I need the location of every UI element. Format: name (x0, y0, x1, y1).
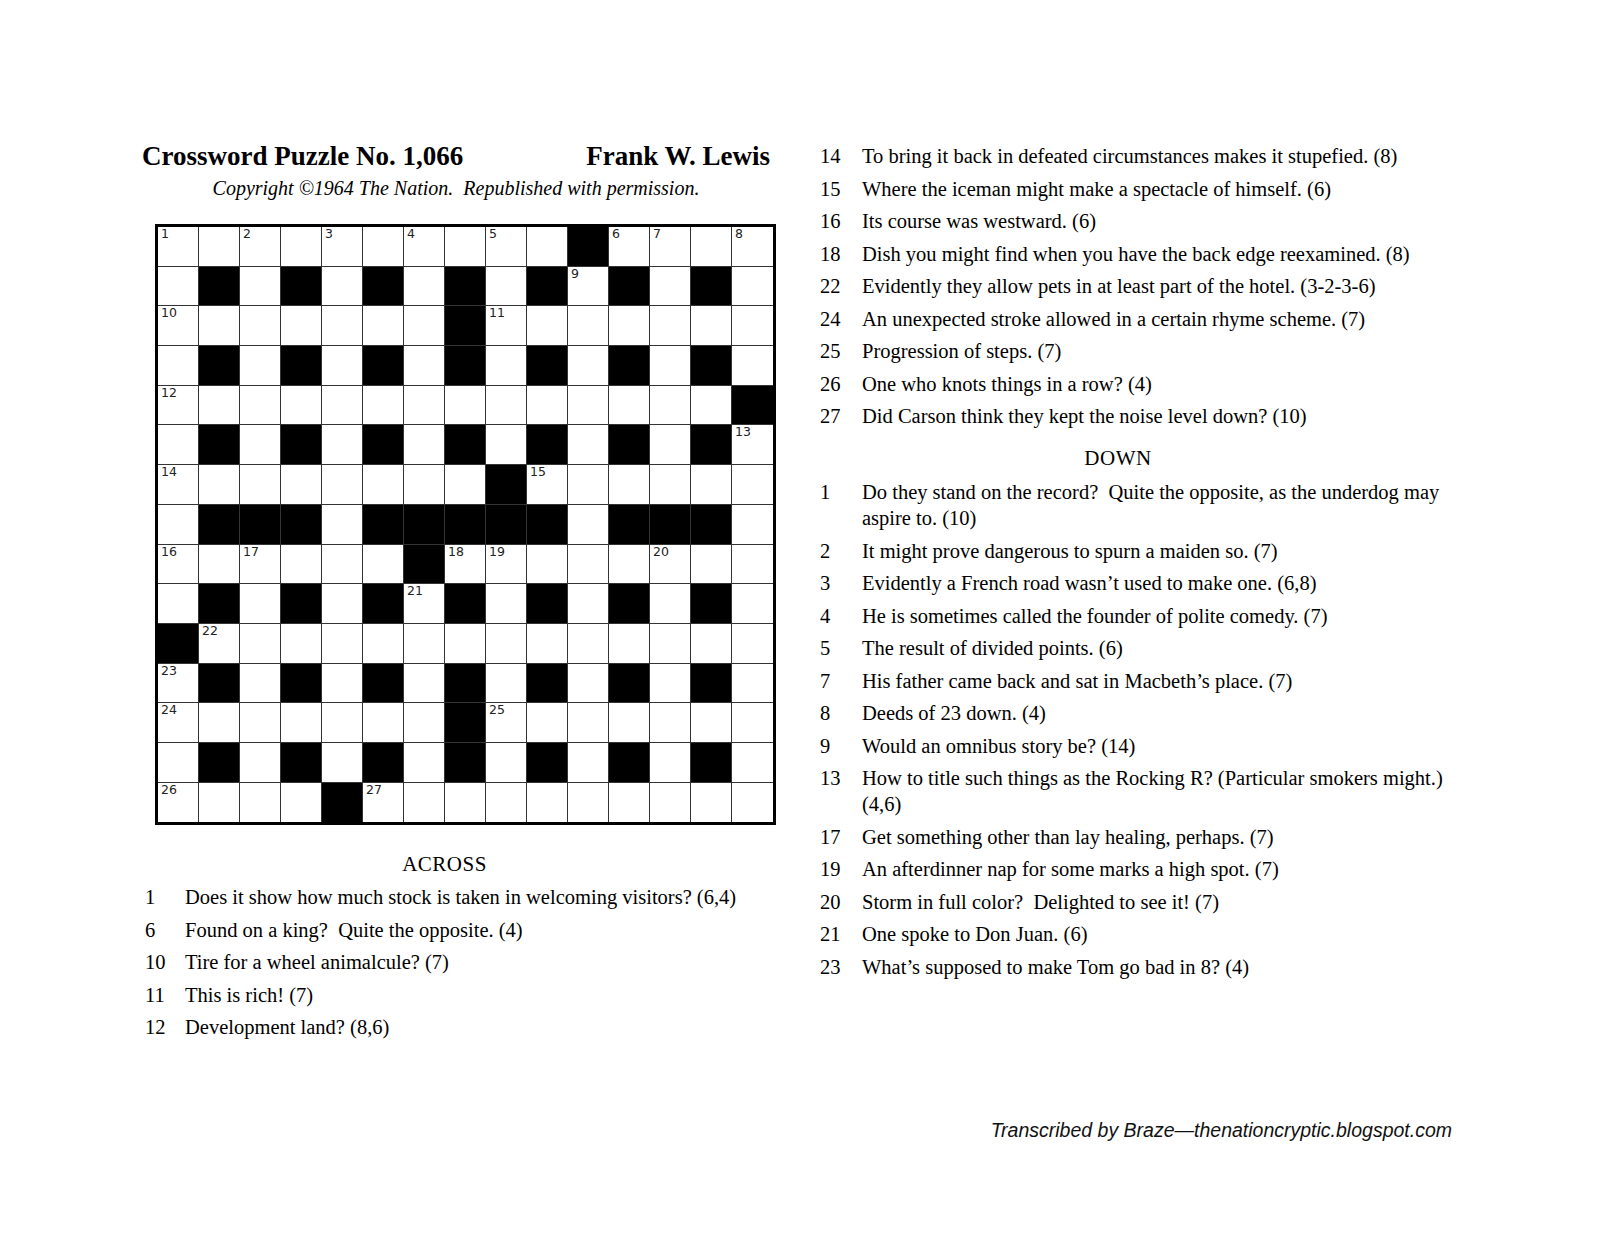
clue-across-14: 14To bring it back in defeated circumsta… (820, 143, 1460, 169)
cell-r3-c4[interactable] (281, 306, 322, 346)
cell-r13-c10[interactable] (527, 703, 568, 743)
cell-r3-c9[interactable]: 11 (486, 306, 527, 346)
cell-r14-c11[interactable] (568, 743, 609, 783)
clue-number: 2 (820, 538, 862, 564)
cell-r11-c14[interactable] (691, 624, 732, 664)
cell-r7-c13[interactable] (650, 465, 691, 505)
cell-r10-c9[interactable] (486, 584, 527, 624)
down-clues: 1Do they stand on the record? Quite the … (820, 479, 1460, 980)
clue-down-2: 2It might prove dangerous to spurn a mai… (820, 538, 1460, 564)
cell-r15-c14[interactable] (691, 783, 732, 823)
cell-r13-c8-black (445, 703, 486, 743)
cell-r12-c11[interactable] (568, 664, 609, 704)
cell-r9-c13[interactable]: 20 (650, 545, 691, 585)
cell-r8-c10-black (527, 505, 568, 545)
cell-r3-c11[interactable] (568, 306, 609, 346)
clue-number: 17 (820, 824, 862, 850)
cell-r8-c1[interactable] (158, 505, 199, 545)
cell-r2-c11[interactable]: 9 (568, 267, 609, 307)
cell-r3-c3[interactable] (240, 306, 281, 346)
cell-r5-c4[interactable] (281, 386, 322, 426)
cell-r9-c15[interactable] (732, 545, 773, 585)
cell-r9-c9[interactable]: 19 (486, 545, 527, 585)
cell-r5-c15-black (732, 386, 773, 426)
cell-r14-c10-black (527, 743, 568, 783)
cell-r5-c1[interactable]: 12 (158, 386, 199, 426)
clue-down-9: 9Would an omnibus story be? (14) (820, 733, 1460, 759)
clue-across-10: 10Tire for a wheel animalcule? (7) (145, 949, 765, 975)
cell-r10-c1[interactable] (158, 584, 199, 624)
cell-r10-c8-black (445, 584, 486, 624)
clue-text: One spoke to Don Juan. (6) (862, 921, 1457, 947)
cell-r5-c8[interactable] (445, 386, 486, 426)
cell-r8-c8-black (445, 505, 486, 545)
cell-r12-c4-black (281, 664, 322, 704)
cell-r1-c12[interactable]: 6 (609, 227, 650, 267)
cell-r7-c10[interactable]: 15 (527, 465, 568, 505)
cell-number-5: 5 (489, 228, 497, 241)
cell-r3-c15[interactable] (732, 306, 773, 346)
cell-r13-c5[interactable] (322, 703, 363, 743)
cell-r3-c14[interactable] (691, 306, 732, 346)
cell-r5-c9[interactable] (486, 386, 527, 426)
cell-r3-c1[interactable]: 10 (158, 306, 199, 346)
across-heading: ACROSS (155, 852, 770, 877)
cell-r1-c11-black (568, 227, 609, 267)
cell-r10-c14-black (691, 584, 732, 624)
cell-number-16: 16 (161, 546, 177, 559)
clue-number: 11 (145, 982, 185, 1008)
cell-r11-c4[interactable] (281, 624, 322, 664)
cell-r12-c10-black (527, 664, 568, 704)
cell-r14-c3[interactable] (240, 743, 281, 783)
cell-number-20: 20 (653, 546, 669, 559)
cell-r5-c12[interactable] (609, 386, 650, 426)
cell-r6-c13[interactable] (650, 425, 691, 465)
cell-r13-c2[interactable] (199, 703, 240, 743)
cell-r13-c14[interactable] (691, 703, 732, 743)
clue-number: 7 (820, 668, 862, 694)
cell-r9-c3[interactable]: 17 (240, 545, 281, 585)
cell-r4-c7[interactable] (404, 346, 445, 386)
clue-number: 23 (820, 954, 862, 980)
cell-r15-c1[interactable]: 26 (158, 783, 199, 823)
clue-number: 3 (820, 570, 862, 596)
cell-r9-c14[interactable] (691, 545, 732, 585)
clue-text: Dish you might find when you have the ba… (862, 241, 1457, 267)
cell-r12-c12-black (609, 664, 650, 704)
cell-r1-c5[interactable]: 3 (322, 227, 363, 267)
clue-text: Deeds of 23 down. (4) (862, 700, 1457, 726)
cell-r14-c15[interactable] (732, 743, 773, 783)
cell-r5-c14[interactable] (691, 386, 732, 426)
cell-r4-c14-black (691, 346, 732, 386)
cell-r7-c5[interactable] (322, 465, 363, 505)
cell-r10-c4-black (281, 584, 322, 624)
cell-r10-c2-black (199, 584, 240, 624)
clue-across-1: 1Does it show how much stock is taken in… (145, 884, 765, 910)
cell-r15-c15[interactable] (732, 783, 773, 823)
cell-r7-c7[interactable] (404, 465, 445, 505)
cell-r1-c10[interactable] (527, 227, 568, 267)
clue-text: His father came back and sat in Macbeth’… (862, 668, 1457, 694)
cell-r12-c9[interactable] (486, 664, 527, 704)
cell-r9-c1[interactable]: 16 (158, 545, 199, 585)
clue-number: 19 (820, 856, 862, 882)
clue-across-22: 22Evidently they allow pets in at least … (820, 273, 1460, 299)
clue-text: Development land? (8,6) (185, 1014, 760, 1040)
cell-r5-c13[interactable] (650, 386, 691, 426)
cell-r3-c12[interactable] (609, 306, 650, 346)
cell-r4-c2-black (199, 346, 240, 386)
cell-r7-c1[interactable]: 14 (158, 465, 199, 505)
cell-r11-c5[interactable] (322, 624, 363, 664)
cell-r6-c15[interactable]: 13 (732, 425, 773, 465)
cell-number-10: 10 (161, 307, 177, 320)
clue-down-5: 5The result of divided points. (6) (820, 635, 1460, 661)
cell-r11-c2[interactable]: 22 (199, 624, 240, 664)
cell-r6-c5[interactable] (322, 425, 363, 465)
cell-r13-c12[interactable] (609, 703, 650, 743)
clue-text: An unexpected stroke allowed in a certai… (862, 306, 1457, 332)
cell-r8-c6-black (363, 505, 404, 545)
cell-r5-c11[interactable] (568, 386, 609, 426)
cell-r15-c3[interactable] (240, 783, 281, 823)
clue-text: An afterdinner nap for some marks a high… (862, 856, 1457, 882)
cell-r3-c7[interactable] (404, 306, 445, 346)
cell-r7-c11[interactable] (568, 465, 609, 505)
cell-r5-c2[interactable] (199, 386, 240, 426)
cell-r4-c15[interactable] (732, 346, 773, 386)
cell-r2-c4-black (281, 267, 322, 307)
cell-r12-c1[interactable]: 23 (158, 664, 199, 704)
cell-r4-c10-black (527, 346, 568, 386)
cell-r14-c13[interactable] (650, 743, 691, 783)
cell-r14-c5[interactable] (322, 743, 363, 783)
cell-r15-c4[interactable] (281, 783, 322, 823)
cell-r15-c10[interactable] (527, 783, 568, 823)
cell-r15-c2[interactable] (199, 783, 240, 823)
cell-r11-c11[interactable] (568, 624, 609, 664)
cell-r10-c12-black (609, 584, 650, 624)
cell-r8-c5[interactable] (322, 505, 363, 545)
cell-r9-c12[interactable] (609, 545, 650, 585)
cell-r15-c8[interactable] (445, 783, 486, 823)
clue-across-27: 27Did Carson think they kept the noise l… (820, 403, 1460, 429)
cell-r8-c15[interactable] (732, 505, 773, 545)
cell-r12-c13[interactable] (650, 664, 691, 704)
cell-r11-c3[interactable] (240, 624, 281, 664)
cell-r4-c1[interactable] (158, 346, 199, 386)
cell-r6-c14-black (691, 425, 732, 465)
cell-r9-c11[interactable] (568, 545, 609, 585)
cell-number-11: 11 (489, 307, 505, 320)
cell-r12-c3[interactable] (240, 664, 281, 704)
cell-r15-c6[interactable]: 27 (363, 783, 404, 823)
cell-r11-c12[interactable] (609, 624, 650, 664)
cell-r6-c8-black (445, 425, 486, 465)
cell-r10-c10-black (527, 584, 568, 624)
transcription-credit: Transcribed by Braze—thenationcryptic.bl… (991, 1119, 1452, 1142)
cell-r9-c2[interactable] (199, 545, 240, 585)
cell-r5-c6[interactable] (363, 386, 404, 426)
clue-number: 1 (145, 884, 185, 910)
cell-r4-c13[interactable] (650, 346, 691, 386)
cell-number-2: 2 (243, 228, 251, 241)
cell-r2-c9[interactable] (486, 267, 527, 307)
clue-down-13: 13How to title such things as the Rockin… (820, 765, 1460, 817)
clue-text: Evidently they allow pets in at least pa… (862, 273, 1457, 299)
cell-r6-c11[interactable] (568, 425, 609, 465)
cell-r3-c5[interactable] (322, 306, 363, 346)
cell-r8-c2-black (199, 505, 240, 545)
clue-text: Where the iceman might make a spectacle … (862, 176, 1457, 202)
cell-number-18: 18 (448, 546, 464, 559)
across-clues-right-column: 14To bring it back in defeated circumsta… (820, 143, 1460, 429)
cell-r1-c6[interactable] (363, 227, 404, 267)
clue-across-6: 6Found on a king? Quite the opposite. (4… (145, 917, 765, 943)
cell-r2-c6-black (363, 267, 404, 307)
cell-r4-c9[interactable] (486, 346, 527, 386)
clue-across-11: 11This is rich! (7) (145, 982, 765, 1008)
clue-number: 26 (820, 371, 862, 397)
cell-r12-c8-black (445, 664, 486, 704)
cell-number-27: 27 (366, 784, 382, 797)
clue-number: 9 (820, 733, 862, 759)
cell-r2-c12-black (609, 267, 650, 307)
cell-r7-c15[interactable] (732, 465, 773, 505)
clue-down-19: 19An afterdinner nap for some marks a hi… (820, 856, 1460, 882)
clue-down-8: 8Deeds of 23 down. (4) (820, 700, 1460, 726)
cell-r12-c7[interactable] (404, 664, 445, 704)
cell-r10-c5[interactable] (322, 584, 363, 624)
cell-r15-c12[interactable] (609, 783, 650, 823)
cell-number-14: 14 (161, 466, 177, 479)
cell-r11-c10[interactable] (527, 624, 568, 664)
cell-r11-c13[interactable] (650, 624, 691, 664)
cell-r11-c15[interactable] (732, 624, 773, 664)
cell-r9-c10[interactable] (527, 545, 568, 585)
cell-r6-c9[interactable] (486, 425, 527, 465)
cell-number-9: 9 (571, 268, 579, 281)
cell-r14-c14-black (691, 743, 732, 783)
clue-text: What’s supposed to make Tom go bad in 8?… (862, 954, 1457, 980)
cell-r9-c6[interactable] (363, 545, 404, 585)
cell-r1-c8[interactable] (445, 227, 486, 267)
cell-r6-c2-black (199, 425, 240, 465)
clue-number: 25 (820, 338, 862, 364)
cell-r14-c6-black (363, 743, 404, 783)
clue-text: To bring it back in defeated circumstanc… (862, 143, 1457, 169)
cell-r9-c8[interactable]: 18 (445, 545, 486, 585)
cell-r4-c5[interactable] (322, 346, 363, 386)
cell-r7-c4[interactable] (281, 465, 322, 505)
clue-number: 18 (820, 241, 862, 267)
clue-text: He is sometimes called the founder of po… (862, 603, 1457, 629)
cell-r15-c9[interactable] (486, 783, 527, 823)
cell-r4-c11[interactable] (568, 346, 609, 386)
clue-text: This is rich! (7) (185, 982, 760, 1008)
cell-r3-c10[interactable] (527, 306, 568, 346)
cell-r14-c9[interactable] (486, 743, 527, 783)
cell-r7-c8[interactable] (445, 465, 486, 505)
cell-r13-c1[interactable]: 24 (158, 703, 199, 743)
cell-r3-c8-black (445, 306, 486, 346)
cell-r3-c13[interactable] (650, 306, 691, 346)
clue-number: 27 (820, 403, 862, 429)
clue-text: Did Carson think they kept the noise lev… (862, 403, 1457, 429)
cell-r7-c3[interactable] (240, 465, 281, 505)
cell-r7-c6[interactable] (363, 465, 404, 505)
cell-r13-c15[interactable] (732, 703, 773, 743)
clue-down-4: 4He is sometimes called the founder of p… (820, 603, 1460, 629)
crossword-grid: 1234567891011121314151617181920212223242… (155, 224, 776, 825)
clue-number: 4 (820, 603, 862, 629)
cell-r8-c9-black (486, 505, 527, 545)
cell-r6-c10-black (527, 425, 568, 465)
clue-number: 24 (820, 306, 862, 332)
clue-down-21: 21One spoke to Don Juan. (6) (820, 921, 1460, 947)
cell-r3-c6[interactable] (363, 306, 404, 346)
cell-r2-c15[interactable] (732, 267, 773, 307)
cell-number-1: 1 (161, 228, 169, 241)
cell-number-8: 8 (735, 228, 743, 241)
cell-r15-c13[interactable] (650, 783, 691, 823)
puzzle-author: Frank W. Lewis (586, 141, 770, 172)
cell-r4-c4-black (281, 346, 322, 386)
cell-r7-c12[interactable] (609, 465, 650, 505)
cell-r11-c9[interactable] (486, 624, 527, 664)
cell-r2-c2-black (199, 267, 240, 307)
cell-r13-c3[interactable] (240, 703, 281, 743)
cell-r4-c8-black (445, 346, 486, 386)
cell-r3-c2[interactable] (199, 306, 240, 346)
clue-number: 14 (820, 143, 862, 169)
cell-r10-c15[interactable] (732, 584, 773, 624)
cell-r2-c13[interactable] (650, 267, 691, 307)
cell-r1-c9[interactable]: 5 (486, 227, 527, 267)
clue-number: 12 (145, 1014, 185, 1040)
cell-r5-c10[interactable] (527, 386, 568, 426)
clue-down-7: 7His father came back and sat in Macbeth… (820, 668, 1460, 694)
cell-r13-c6[interactable] (363, 703, 404, 743)
cell-r2-c8-black (445, 267, 486, 307)
cell-r1-c13[interactable]: 7 (650, 227, 691, 267)
clue-across-26: 26One who knots things in a row? (4) (820, 371, 1460, 397)
cell-r1-c2[interactable] (199, 227, 240, 267)
clue-text: One who knots things in a row? (4) (862, 371, 1457, 397)
cell-r6-c3[interactable] (240, 425, 281, 465)
cell-r13-c9[interactable]: 25 (486, 703, 527, 743)
cell-r5-c3[interactable] (240, 386, 281, 426)
cell-r13-c4[interactable] (281, 703, 322, 743)
clue-text: Do they stand on the record? Quite the o… (862, 479, 1457, 531)
clue-text: Get something other than lay healing, pe… (862, 824, 1457, 850)
cell-r2-c5[interactable] (322, 267, 363, 307)
cell-number-15: 15 (530, 466, 546, 479)
cell-r6-c6-black (363, 425, 404, 465)
cell-r11-c6[interactable] (363, 624, 404, 664)
cell-r2-c3[interactable] (240, 267, 281, 307)
cell-r1-c1[interactable]: 1 (158, 227, 199, 267)
cell-r13-c13[interactable] (650, 703, 691, 743)
cell-r15-c7[interactable] (404, 783, 445, 823)
cell-r12-c15[interactable] (732, 664, 773, 704)
cell-r11-c8[interactable] (445, 624, 486, 664)
cell-r1-c4[interactable] (281, 227, 322, 267)
clue-across-16: 16Its course was westward. (6) (820, 208, 1460, 234)
cell-number-23: 23 (161, 665, 177, 678)
cell-r13-c11[interactable] (568, 703, 609, 743)
clue-number: 1 (820, 479, 862, 531)
cell-r6-c1[interactable] (158, 425, 199, 465)
cell-r7-c2[interactable] (199, 465, 240, 505)
cell-r11-c7[interactable] (404, 624, 445, 664)
cell-r8-c4-black (281, 505, 322, 545)
clue-text: Storm in full color? Delighted to see it… (862, 889, 1457, 915)
cell-r2-c7[interactable] (404, 267, 445, 307)
cell-r4-c3[interactable] (240, 346, 281, 386)
cell-number-4: 4 (407, 228, 415, 241)
across-clues-left-column: 1Does it show how much stock is taken in… (145, 884, 765, 1047)
clue-number: 16 (820, 208, 862, 234)
cell-r14-c4-black (281, 743, 322, 783)
clue-number: 13 (820, 765, 862, 817)
cell-r14-c1[interactable] (158, 743, 199, 783)
clue-down-23: 23What’s supposed to make Tom go bad in … (820, 954, 1460, 980)
cell-r15-c11[interactable] (568, 783, 609, 823)
clue-number: 8 (820, 700, 862, 726)
copyright-line: Copyright ©1964 The Nation. Republished … (142, 177, 770, 200)
clue-down-17: 17Get something other than lay healing, … (820, 824, 1460, 850)
right-column: 14To bring it back in defeated circumsta… (820, 143, 1460, 986)
cell-r2-c14-black (691, 267, 732, 307)
cell-r13-c7[interactable] (404, 703, 445, 743)
clue-text: Found on a king? Quite the opposite. (4) (185, 917, 760, 943)
cell-r7-c14[interactable] (691, 465, 732, 505)
cell-r6-c7[interactable] (404, 425, 445, 465)
cell-number-26: 26 (161, 784, 177, 797)
cell-r1-c3[interactable]: 2 (240, 227, 281, 267)
cell-r9-c4[interactable] (281, 545, 322, 585)
cell-r5-c5[interactable] (322, 386, 363, 426)
cell-r10-c3[interactable] (240, 584, 281, 624)
cell-r6-c4-black (281, 425, 322, 465)
clue-number: 10 (145, 949, 185, 975)
cell-r2-c1[interactable] (158, 267, 199, 307)
cell-r8-c11[interactable] (568, 505, 609, 545)
cell-r14-c7[interactable] (404, 743, 445, 783)
cell-r15-c5-black (322, 783, 363, 823)
cell-r10-c13[interactable] (650, 584, 691, 624)
cell-r9-c5[interactable] (322, 545, 363, 585)
cell-number-21: 21 (407, 585, 423, 598)
cell-r5-c7[interactable] (404, 386, 445, 426)
cell-number-12: 12 (161, 387, 177, 400)
cell-r10-c7[interactable]: 21 (404, 584, 445, 624)
clue-number: 5 (820, 635, 862, 661)
clue-across-18: 18Dish you might find when you have the … (820, 241, 1460, 267)
cell-r1-c7[interactable]: 4 (404, 227, 445, 267)
cell-r1-c15[interactable]: 8 (732, 227, 773, 267)
clue-across-12: 12Development land? (8,6) (145, 1014, 765, 1040)
cell-r8-c7-black (404, 505, 445, 545)
cell-r1-c14[interactable] (691, 227, 732, 267)
cell-number-17: 17 (243, 546, 259, 559)
cell-r12-c5[interactable] (322, 664, 363, 704)
cell-r14-c2-black (199, 743, 240, 783)
cell-r10-c11[interactable] (568, 584, 609, 624)
